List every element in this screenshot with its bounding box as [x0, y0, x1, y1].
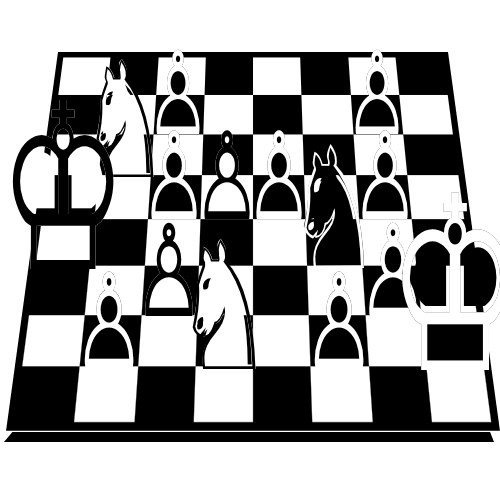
square-d8[interactable] [204, 57, 253, 94]
square-e8[interactable] [253, 57, 302, 94]
white-knight-outline: ♘ [175, 218, 274, 396]
piece-white-knight-d2[interactable]: ♞♘ [175, 218, 274, 396]
black-pawn-outline: ♙ [73, 257, 146, 388]
piece-black-pawn-b2[interactable]: ♟♙ [73, 257, 146, 388]
chess-illustration: ♟♙♟♙♞♘♟♙♟♙♟♙♟♙♚♔♞♘♟♙♟♙♟♙♞♘♟♙♚♔ [0, 0, 500, 500]
square-a1[interactable] [15, 367, 80, 422]
square-f8[interactable] [300, 57, 350, 94]
piece-black-king-h2[interactable]: ♚♔ [387, 165, 500, 408]
black-king-outline: ♔ [387, 165, 500, 408]
black-pawn-outline: ♙ [303, 257, 376, 388]
piece-black-pawn-f2[interactable]: ♟♙ [303, 257, 376, 388]
board-front-edge [4, 432, 494, 442]
